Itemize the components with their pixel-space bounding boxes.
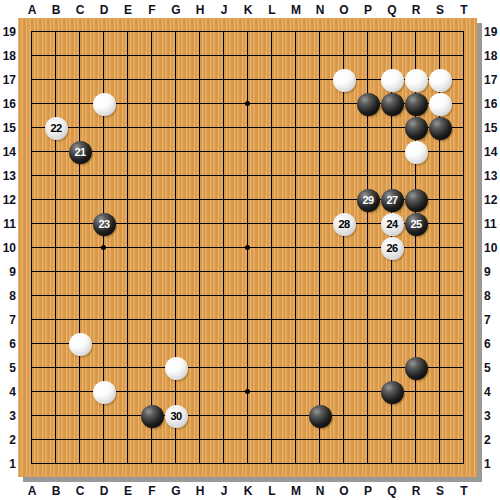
intersection-K4[interactable] xyxy=(236,380,260,404)
intersection-F9[interactable] xyxy=(140,260,164,284)
intersection-T16[interactable] xyxy=(452,92,476,116)
intersection-S3[interactable] xyxy=(428,404,452,428)
intersection-G13[interactable] xyxy=(164,164,188,188)
intersection-R1[interactable] xyxy=(404,452,428,476)
intersection-R9[interactable] xyxy=(404,260,428,284)
intersection-F5[interactable] xyxy=(140,356,164,380)
intersection-Q5[interactable] xyxy=(380,356,404,380)
intersection-Q11[interactable]: 24 xyxy=(380,212,404,236)
intersection-M10[interactable] xyxy=(284,236,308,260)
intersection-Q18[interactable] xyxy=(380,44,404,68)
intersection-T5[interactable] xyxy=(452,356,476,380)
intersection-R19[interactable] xyxy=(404,20,428,44)
intersection-S6[interactable] xyxy=(428,332,452,356)
intersection-F12[interactable] xyxy=(140,188,164,212)
intersection-F2[interactable] xyxy=(140,428,164,452)
intersection-L4[interactable] xyxy=(260,380,284,404)
intersection-Q17[interactable] xyxy=(380,68,404,92)
intersection-O19[interactable] xyxy=(332,20,356,44)
intersection-H19[interactable] xyxy=(188,20,212,44)
intersection-H2[interactable] xyxy=(188,428,212,452)
intersection-S10[interactable] xyxy=(428,236,452,260)
intersection-H12[interactable] xyxy=(188,188,212,212)
intersection-B17[interactable] xyxy=(44,68,68,92)
intersection-G12[interactable] xyxy=(164,188,188,212)
intersection-F18[interactable] xyxy=(140,44,164,68)
intersection-M8[interactable] xyxy=(284,284,308,308)
intersection-M9[interactable] xyxy=(284,260,308,284)
intersection-N6[interactable] xyxy=(308,332,332,356)
intersection-E8[interactable] xyxy=(116,284,140,308)
intersection-A15[interactable] xyxy=(20,116,44,140)
intersection-P11[interactable] xyxy=(356,212,380,236)
intersection-S17[interactable] xyxy=(428,68,452,92)
intersection-K12[interactable] xyxy=(236,188,260,212)
intersection-T18[interactable] xyxy=(452,44,476,68)
intersection-Q1[interactable] xyxy=(380,452,404,476)
intersection-L13[interactable] xyxy=(260,164,284,188)
intersection-N15[interactable] xyxy=(308,116,332,140)
intersection-C8[interactable] xyxy=(68,284,92,308)
intersection-A16[interactable] xyxy=(20,92,44,116)
intersection-T2[interactable] xyxy=(452,428,476,452)
intersection-L6[interactable] xyxy=(260,332,284,356)
intersection-H18[interactable] xyxy=(188,44,212,68)
intersection-A19[interactable] xyxy=(20,20,44,44)
intersection-C17[interactable] xyxy=(68,68,92,92)
intersection-E1[interactable] xyxy=(116,452,140,476)
intersection-S18[interactable] xyxy=(428,44,452,68)
intersection-Q10[interactable]: 26 xyxy=(380,236,404,260)
intersection-G19[interactable] xyxy=(164,20,188,44)
intersection-H17[interactable] xyxy=(188,68,212,92)
intersection-T13[interactable] xyxy=(452,164,476,188)
intersection-O16[interactable] xyxy=(332,92,356,116)
intersection-O13[interactable] xyxy=(332,164,356,188)
intersection-K5[interactable] xyxy=(236,356,260,380)
intersection-L19[interactable] xyxy=(260,20,284,44)
intersection-J13[interactable] xyxy=(212,164,236,188)
intersection-C11[interactable] xyxy=(68,212,92,236)
intersection-A14[interactable] xyxy=(20,140,44,164)
intersection-O1[interactable] xyxy=(332,452,356,476)
intersection-K2[interactable] xyxy=(236,428,260,452)
intersection-C9[interactable] xyxy=(68,260,92,284)
intersection-S8[interactable] xyxy=(428,284,452,308)
intersection-M14[interactable] xyxy=(284,140,308,164)
intersection-M3[interactable] xyxy=(284,404,308,428)
intersection-N9[interactable] xyxy=(308,260,332,284)
intersection-M17[interactable] xyxy=(284,68,308,92)
intersection-K15[interactable] xyxy=(236,116,260,140)
intersection-B8[interactable] xyxy=(44,284,68,308)
intersection-P14[interactable] xyxy=(356,140,380,164)
intersection-J8[interactable] xyxy=(212,284,236,308)
intersection-N5[interactable] xyxy=(308,356,332,380)
intersection-D19[interactable] xyxy=(92,20,116,44)
intersection-G4[interactable] xyxy=(164,380,188,404)
intersection-A1[interactable] xyxy=(20,452,44,476)
intersection-D17[interactable] xyxy=(92,68,116,92)
intersection-M13[interactable] xyxy=(284,164,308,188)
intersection-L10[interactable] xyxy=(260,236,284,260)
intersection-L17[interactable] xyxy=(260,68,284,92)
intersection-S14[interactable] xyxy=(428,140,452,164)
intersection-B15[interactable]: 22 xyxy=(44,116,68,140)
intersection-G9[interactable] xyxy=(164,260,188,284)
intersection-K17[interactable] xyxy=(236,68,260,92)
intersection-O11[interactable]: 28 xyxy=(332,212,356,236)
intersection-F14[interactable] xyxy=(140,140,164,164)
intersection-F13[interactable] xyxy=(140,164,164,188)
intersection-P12[interactable]: 29 xyxy=(356,188,380,212)
intersection-D10[interactable] xyxy=(92,236,116,260)
intersection-A11[interactable] xyxy=(20,212,44,236)
intersection-M5[interactable] xyxy=(284,356,308,380)
intersection-S19[interactable] xyxy=(428,20,452,44)
intersection-P4[interactable] xyxy=(356,380,380,404)
intersection-R14[interactable] xyxy=(404,140,428,164)
intersection-H7[interactable] xyxy=(188,308,212,332)
intersection-O6[interactable] xyxy=(332,332,356,356)
intersection-C5[interactable] xyxy=(68,356,92,380)
intersection-J14[interactable] xyxy=(212,140,236,164)
intersection-R6[interactable] xyxy=(404,332,428,356)
intersection-B2[interactable] xyxy=(44,428,68,452)
intersection-R18[interactable] xyxy=(404,44,428,68)
intersection-K1[interactable] xyxy=(236,452,260,476)
intersection-G8[interactable] xyxy=(164,284,188,308)
intersection-G14[interactable] xyxy=(164,140,188,164)
intersection-K7[interactable] xyxy=(236,308,260,332)
intersection-D18[interactable] xyxy=(92,44,116,68)
intersection-D3[interactable] xyxy=(92,404,116,428)
intersection-N18[interactable] xyxy=(308,44,332,68)
intersection-H6[interactable] xyxy=(188,332,212,356)
intersection-R13[interactable] xyxy=(404,164,428,188)
intersection-O18[interactable] xyxy=(332,44,356,68)
intersection-B19[interactable] xyxy=(44,20,68,44)
intersection-O12[interactable] xyxy=(332,188,356,212)
intersection-O10[interactable] xyxy=(332,236,356,260)
intersection-F3[interactable] xyxy=(140,404,164,428)
intersection-A8[interactable] xyxy=(20,284,44,308)
intersection-A10[interactable] xyxy=(20,236,44,260)
intersection-J11[interactable] xyxy=(212,212,236,236)
intersection-J4[interactable] xyxy=(212,380,236,404)
intersection-B14[interactable] xyxy=(44,140,68,164)
intersection-P16[interactable] xyxy=(356,92,380,116)
intersection-A2[interactable] xyxy=(20,428,44,452)
intersection-Q12[interactable]: 27 xyxy=(380,188,404,212)
intersection-K8[interactable] xyxy=(236,284,260,308)
intersection-E18[interactable] xyxy=(116,44,140,68)
intersection-E2[interactable] xyxy=(116,428,140,452)
intersection-T9[interactable] xyxy=(452,260,476,284)
intersection-J3[interactable] xyxy=(212,404,236,428)
intersection-M16[interactable] xyxy=(284,92,308,116)
intersection-F6[interactable] xyxy=(140,332,164,356)
intersection-P15[interactable] xyxy=(356,116,380,140)
intersection-N3[interactable] xyxy=(308,404,332,428)
intersection-C10[interactable] xyxy=(68,236,92,260)
intersection-B11[interactable] xyxy=(44,212,68,236)
intersection-Q15[interactable] xyxy=(380,116,404,140)
intersection-D5[interactable] xyxy=(92,356,116,380)
intersection-N11[interactable] xyxy=(308,212,332,236)
intersection-B10[interactable] xyxy=(44,236,68,260)
intersection-G17[interactable] xyxy=(164,68,188,92)
intersection-L9[interactable] xyxy=(260,260,284,284)
intersection-M18[interactable] xyxy=(284,44,308,68)
intersection-E17[interactable] xyxy=(116,68,140,92)
intersection-N1[interactable] xyxy=(308,452,332,476)
intersection-A7[interactable] xyxy=(20,308,44,332)
intersection-A12[interactable] xyxy=(20,188,44,212)
intersection-G3[interactable]: 30 xyxy=(164,404,188,428)
intersection-M1[interactable] xyxy=(284,452,308,476)
intersection-E7[interactable] xyxy=(116,308,140,332)
intersection-J16[interactable] xyxy=(212,92,236,116)
intersection-R2[interactable] xyxy=(404,428,428,452)
intersection-K9[interactable] xyxy=(236,260,260,284)
intersection-C6[interactable] xyxy=(68,332,92,356)
intersection-K16[interactable] xyxy=(236,92,260,116)
intersection-H15[interactable] xyxy=(188,116,212,140)
intersection-C14[interactable]: 21 xyxy=(68,140,92,164)
intersection-S16[interactable] xyxy=(428,92,452,116)
intersection-B4[interactable] xyxy=(44,380,68,404)
intersection-Q2[interactable] xyxy=(380,428,404,452)
intersection-B16[interactable] xyxy=(44,92,68,116)
intersection-Q4[interactable] xyxy=(380,380,404,404)
intersection-N17[interactable] xyxy=(308,68,332,92)
intersection-D12[interactable] xyxy=(92,188,116,212)
intersection-S12[interactable] xyxy=(428,188,452,212)
intersection-N16[interactable] xyxy=(308,92,332,116)
intersection-S15[interactable] xyxy=(428,116,452,140)
intersection-J6[interactable] xyxy=(212,332,236,356)
intersection-D15[interactable] xyxy=(92,116,116,140)
intersection-C12[interactable] xyxy=(68,188,92,212)
intersection-G15[interactable] xyxy=(164,116,188,140)
intersection-D11[interactable]: 23 xyxy=(92,212,116,236)
intersection-T12[interactable] xyxy=(452,188,476,212)
intersection-B3[interactable] xyxy=(44,404,68,428)
intersection-A13[interactable] xyxy=(20,164,44,188)
intersection-S13[interactable] xyxy=(428,164,452,188)
intersection-C13[interactable] xyxy=(68,164,92,188)
intersection-F17[interactable] xyxy=(140,68,164,92)
intersection-N4[interactable] xyxy=(308,380,332,404)
intersection-R3[interactable] xyxy=(404,404,428,428)
intersection-G2[interactable] xyxy=(164,428,188,452)
intersection-D9[interactable] xyxy=(92,260,116,284)
intersection-T14[interactable] xyxy=(452,140,476,164)
intersection-N10[interactable] xyxy=(308,236,332,260)
intersection-L2[interactable] xyxy=(260,428,284,452)
intersection-J7[interactable] xyxy=(212,308,236,332)
intersection-H3[interactable] xyxy=(188,404,212,428)
intersection-E15[interactable] xyxy=(116,116,140,140)
intersection-M15[interactable] xyxy=(284,116,308,140)
intersection-P3[interactable] xyxy=(356,404,380,428)
intersection-O7[interactable] xyxy=(332,308,356,332)
intersection-T4[interactable] xyxy=(452,380,476,404)
intersection-S11[interactable] xyxy=(428,212,452,236)
intersection-D14[interactable] xyxy=(92,140,116,164)
intersection-F16[interactable] xyxy=(140,92,164,116)
intersection-E5[interactable] xyxy=(116,356,140,380)
intersection-C15[interactable] xyxy=(68,116,92,140)
intersection-C4[interactable] xyxy=(68,380,92,404)
intersection-H4[interactable] xyxy=(188,380,212,404)
intersection-P13[interactable] xyxy=(356,164,380,188)
intersection-J19[interactable] xyxy=(212,20,236,44)
intersection-B18[interactable] xyxy=(44,44,68,68)
intersection-K11[interactable] xyxy=(236,212,260,236)
intersection-L15[interactable] xyxy=(260,116,284,140)
intersection-J12[interactable] xyxy=(212,188,236,212)
intersection-M11[interactable] xyxy=(284,212,308,236)
intersection-D16[interactable] xyxy=(92,92,116,116)
intersection-C1[interactable] xyxy=(68,452,92,476)
intersection-L8[interactable] xyxy=(260,284,284,308)
intersection-Q6[interactable] xyxy=(380,332,404,356)
intersection-R10[interactable] xyxy=(404,236,428,260)
intersection-E13[interactable] xyxy=(116,164,140,188)
intersection-O17[interactable] xyxy=(332,68,356,92)
intersection-M12[interactable] xyxy=(284,188,308,212)
intersection-D13[interactable] xyxy=(92,164,116,188)
intersection-B13[interactable] xyxy=(44,164,68,188)
intersection-R11[interactable]: 25 xyxy=(404,212,428,236)
intersection-K3[interactable] xyxy=(236,404,260,428)
intersection-N19[interactable] xyxy=(308,20,332,44)
intersection-D2[interactable] xyxy=(92,428,116,452)
intersection-F19[interactable] xyxy=(140,20,164,44)
intersection-J10[interactable] xyxy=(212,236,236,260)
intersection-L3[interactable] xyxy=(260,404,284,428)
intersection-E3[interactable] xyxy=(116,404,140,428)
intersection-F8[interactable] xyxy=(140,284,164,308)
intersection-O3[interactable] xyxy=(332,404,356,428)
intersection-F7[interactable] xyxy=(140,308,164,332)
intersection-P6[interactable] xyxy=(356,332,380,356)
intersection-H10[interactable] xyxy=(188,236,212,260)
intersection-F11[interactable] xyxy=(140,212,164,236)
intersection-B5[interactable] xyxy=(44,356,68,380)
intersection-H9[interactable] xyxy=(188,260,212,284)
intersection-F10[interactable] xyxy=(140,236,164,260)
intersection-K19[interactable] xyxy=(236,20,260,44)
intersection-K10[interactable] xyxy=(236,236,260,260)
intersection-A5[interactable] xyxy=(20,356,44,380)
intersection-L7[interactable] xyxy=(260,308,284,332)
intersection-C3[interactable] xyxy=(68,404,92,428)
intersection-H5[interactable] xyxy=(188,356,212,380)
intersection-T1[interactable] xyxy=(452,452,476,476)
intersection-M7[interactable] xyxy=(284,308,308,332)
intersection-A17[interactable] xyxy=(20,68,44,92)
intersection-P1[interactable] xyxy=(356,452,380,476)
intersection-S7[interactable] xyxy=(428,308,452,332)
intersection-B12[interactable] xyxy=(44,188,68,212)
intersection-D1[interactable] xyxy=(92,452,116,476)
intersection-F1[interactable] xyxy=(140,452,164,476)
intersection-C18[interactable] xyxy=(68,44,92,68)
intersection-C2[interactable] xyxy=(68,428,92,452)
intersection-Q19[interactable] xyxy=(380,20,404,44)
intersection-Q7[interactable] xyxy=(380,308,404,332)
intersection-K18[interactable] xyxy=(236,44,260,68)
intersection-S2[interactable] xyxy=(428,428,452,452)
intersection-F15[interactable] xyxy=(140,116,164,140)
intersection-D6[interactable] xyxy=(92,332,116,356)
intersection-D7[interactable] xyxy=(92,308,116,332)
intersection-O5[interactable] xyxy=(332,356,356,380)
intersection-R7[interactable] xyxy=(404,308,428,332)
intersection-T7[interactable] xyxy=(452,308,476,332)
intersection-O15[interactable] xyxy=(332,116,356,140)
intersection-Q8[interactable] xyxy=(380,284,404,308)
intersection-F4[interactable] xyxy=(140,380,164,404)
intersection-L11[interactable] xyxy=(260,212,284,236)
intersection-T15[interactable] xyxy=(452,116,476,140)
intersection-P10[interactable] xyxy=(356,236,380,260)
intersection-N7[interactable] xyxy=(308,308,332,332)
intersection-N8[interactable] xyxy=(308,284,332,308)
intersection-J18[interactable] xyxy=(212,44,236,68)
intersection-P7[interactable] xyxy=(356,308,380,332)
intersection-C19[interactable] xyxy=(68,20,92,44)
intersection-H8[interactable] xyxy=(188,284,212,308)
intersection-R12[interactable] xyxy=(404,188,428,212)
intersection-M19[interactable] xyxy=(284,20,308,44)
intersection-H11[interactable] xyxy=(188,212,212,236)
intersection-E10[interactable] xyxy=(116,236,140,260)
intersection-R17[interactable] xyxy=(404,68,428,92)
intersection-S5[interactable] xyxy=(428,356,452,380)
intersection-L14[interactable] xyxy=(260,140,284,164)
intersection-P19[interactable] xyxy=(356,20,380,44)
intersection-M4[interactable] xyxy=(284,380,308,404)
intersection-E6[interactable] xyxy=(116,332,140,356)
intersection-M6[interactable] xyxy=(284,332,308,356)
intersection-O4[interactable] xyxy=(332,380,356,404)
intersection-T17[interactable] xyxy=(452,68,476,92)
intersection-R4[interactable] xyxy=(404,380,428,404)
intersection-B6[interactable] xyxy=(44,332,68,356)
intersection-E9[interactable] xyxy=(116,260,140,284)
intersection-S4[interactable] xyxy=(428,380,452,404)
intersection-G5[interactable] xyxy=(164,356,188,380)
intersection-J9[interactable] xyxy=(212,260,236,284)
intersection-Q16[interactable] xyxy=(380,92,404,116)
intersection-O14[interactable] xyxy=(332,140,356,164)
intersection-R8[interactable] xyxy=(404,284,428,308)
intersection-J1[interactable] xyxy=(212,452,236,476)
intersection-C16[interactable] xyxy=(68,92,92,116)
intersection-P2[interactable] xyxy=(356,428,380,452)
intersection-O9[interactable] xyxy=(332,260,356,284)
intersection-E19[interactable] xyxy=(116,20,140,44)
intersection-E4[interactable] xyxy=(116,380,140,404)
intersection-L1[interactable] xyxy=(260,452,284,476)
intersection-A4[interactable] xyxy=(20,380,44,404)
intersection-J17[interactable] xyxy=(212,68,236,92)
intersection-P8[interactable] xyxy=(356,284,380,308)
